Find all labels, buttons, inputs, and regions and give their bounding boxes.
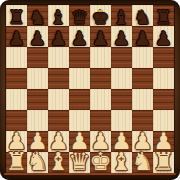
square-a6[interactable] <box>6 47 27 68</box>
piece-black-pawn[interactable]: ♟ <box>8 29 25 48</box>
square-f7[interactable]: ♟ <box>111 26 132 47</box>
square-h1[interactable]: ♜ <box>153 152 174 173</box>
chess-board: ♜♞♝♛♚♝♞♜♟♟♟♟♟♟♟♟♟♟♟♟♟♟♟♟♜♞♝♛♚♝♞♜ <box>6 5 174 173</box>
square-h8[interactable]: ♜ <box>153 5 174 26</box>
square-g2[interactable]: ♟ <box>132 131 153 152</box>
square-g4[interactable] <box>132 89 153 110</box>
square-e3[interactable] <box>90 110 111 131</box>
piece-white-rook[interactable]: ♜ <box>5 149 27 174</box>
square-g6[interactable] <box>132 47 153 68</box>
square-c5[interactable] <box>48 68 69 89</box>
square-e7[interactable]: ♟ <box>90 26 111 47</box>
piece-black-pawn[interactable]: ♟ <box>113 29 130 48</box>
piece-white-bishop[interactable]: ♝ <box>110 149 132 174</box>
piece-black-bishop[interactable]: ♝ <box>113 8 130 27</box>
square-b6[interactable] <box>27 47 48 68</box>
piece-black-knight[interactable]: ♞ <box>134 8 151 27</box>
piece-black-pawn[interactable]: ♟ <box>29 29 46 48</box>
square-c4[interactable] <box>48 89 69 110</box>
square-d3[interactable] <box>69 110 90 131</box>
square-e4[interactable] <box>90 89 111 110</box>
piece-white-pawn[interactable]: ♟ <box>6 130 27 153</box>
square-e5[interactable] <box>90 68 111 89</box>
square-h3[interactable] <box>153 110 174 131</box>
square-e6[interactable] <box>90 47 111 68</box>
square-d6[interactable] <box>69 47 90 68</box>
piece-white-king[interactable]: ♚ <box>89 149 111 174</box>
piece-white-pawn[interactable]: ♟ <box>153 130 174 153</box>
piece-white-bishop[interactable]: ♝ <box>47 149 69 174</box>
square-c8[interactable]: ♝ <box>48 5 69 26</box>
square-c6[interactable] <box>48 47 69 68</box>
piece-black-pawn[interactable]: ♟ <box>155 29 172 48</box>
square-e1[interactable]: ♚ <box>90 152 111 173</box>
square-a2[interactable]: ♟ <box>6 131 27 152</box>
square-a1[interactable]: ♜ <box>6 152 27 173</box>
square-b1[interactable]: ♞ <box>27 152 48 173</box>
piece-black-bishop[interactable]: ♝ <box>50 8 67 27</box>
piece-black-pawn[interactable]: ♟ <box>92 29 109 48</box>
square-c1[interactable]: ♝ <box>48 152 69 173</box>
square-d2[interactable]: ♟ <box>69 131 90 152</box>
piece-white-pawn[interactable]: ♟ <box>90 130 111 153</box>
square-h5[interactable] <box>153 68 174 89</box>
piece-white-pawn[interactable]: ♟ <box>27 130 48 153</box>
chess-board-frame: ♜♞♝♛♚♝♞♜♟♟♟♟♟♟♟♟♟♟♟♟♟♟♟♟♜♞♝♛♚♝♞♜ <box>0 0 180 180</box>
square-g3[interactable] <box>132 110 153 131</box>
square-h7[interactable]: ♟ <box>153 26 174 47</box>
queen-crown-red-accent <box>77 151 82 153</box>
piece-white-knight[interactable]: ♞ <box>26 149 48 174</box>
square-d7[interactable]: ♟ <box>69 26 90 47</box>
piece-white-pawn[interactable]: ♟ <box>48 130 69 153</box>
square-b7[interactable]: ♟ <box>27 26 48 47</box>
square-b2[interactable]: ♟ <box>27 131 48 152</box>
square-f5[interactable] <box>111 68 132 89</box>
square-b8[interactable]: ♞ <box>27 5 48 26</box>
square-d1[interactable]: ♛ <box>69 152 90 173</box>
square-g1[interactable]: ♞ <box>132 152 153 173</box>
piece-black-queen[interactable]: ♛ <box>71 8 88 27</box>
square-f1[interactable]: ♝ <box>111 152 132 173</box>
piece-white-rook[interactable]: ♜ <box>152 149 174 174</box>
piece-black-king[interactable]: ♚ <box>92 8 109 27</box>
piece-white-knight[interactable]: ♞ <box>131 149 153 174</box>
square-d4[interactable] <box>69 89 90 110</box>
piece-white-pawn[interactable]: ♟ <box>132 130 153 153</box>
king-crown-gold-accent <box>98 10 103 12</box>
piece-black-pawn[interactable]: ♟ <box>50 29 67 48</box>
square-f6[interactable] <box>111 47 132 68</box>
square-b3[interactable] <box>27 110 48 131</box>
square-h4[interactable] <box>153 89 174 110</box>
square-b4[interactable] <box>27 89 48 110</box>
piece-black-pawn[interactable]: ♟ <box>71 29 88 48</box>
square-d5[interactable] <box>69 68 90 89</box>
square-e8[interactable]: ♚ <box>90 5 111 26</box>
piece-white-pawn[interactable]: ♟ <box>111 130 132 153</box>
square-a8[interactable]: ♜ <box>6 5 27 26</box>
square-b5[interactable] <box>27 68 48 89</box>
square-f8[interactable]: ♝ <box>111 5 132 26</box>
square-c7[interactable]: ♟ <box>48 26 69 47</box>
square-a3[interactable] <box>6 110 27 131</box>
piece-black-pawn[interactable]: ♟ <box>134 29 151 48</box>
square-a7[interactable]: ♟ <box>6 26 27 47</box>
piece-black-rook[interactable]: ♜ <box>155 8 172 27</box>
square-h2[interactable]: ♟ <box>153 131 174 152</box>
piece-black-knight[interactable]: ♞ <box>29 8 46 27</box>
square-f2[interactable]: ♟ <box>111 131 132 152</box>
square-d8[interactable]: ♛ <box>69 5 90 26</box>
square-g7[interactable]: ♟ <box>132 26 153 47</box>
piece-white-queen[interactable]: ♛ <box>68 149 90 174</box>
square-g8[interactable]: ♞ <box>132 5 153 26</box>
square-a4[interactable] <box>6 89 27 110</box>
square-f4[interactable] <box>111 89 132 110</box>
square-c2[interactable]: ♟ <box>48 131 69 152</box>
square-a5[interactable] <box>6 68 27 89</box>
square-f3[interactable] <box>111 110 132 131</box>
square-c3[interactable] <box>48 110 69 131</box>
square-e2[interactable]: ♟ <box>90 131 111 152</box>
square-g5[interactable] <box>132 68 153 89</box>
piece-white-pawn[interactable]: ♟ <box>69 130 90 153</box>
piece-black-rook[interactable]: ♜ <box>8 8 25 27</box>
square-h6[interactable] <box>153 47 174 68</box>
